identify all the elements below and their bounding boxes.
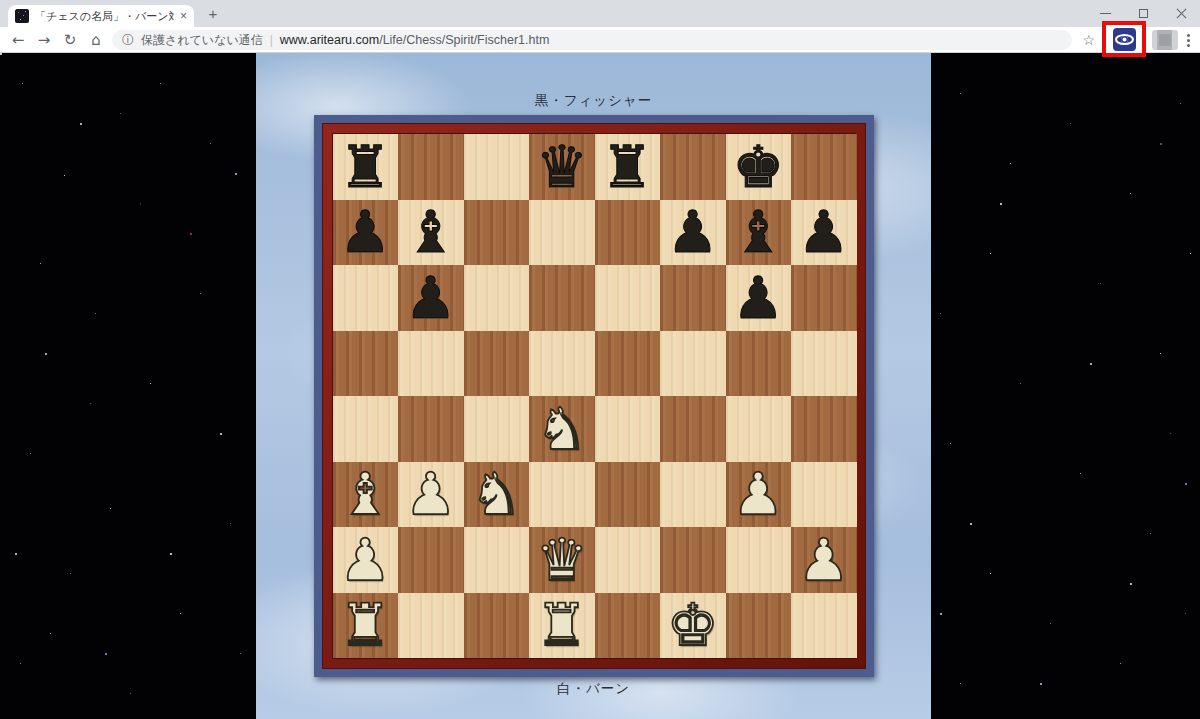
piece-black-bishop: ♝ — [732, 203, 784, 261]
square-a2: ♟ — [333, 527, 399, 593]
sky-panel: 黒・フィッシャー ♜♛♜♚♟♝♟♝♟♟♟♞♝♟♞♟♟♛♟♜♜♚ 白・バーン — [256, 53, 931, 719]
url-path: /Life/Chess/Spirit/Fischer1.htm — [379, 33, 549, 47]
forward-button[interactable]: → — [31, 27, 57, 53]
square-e5 — [595, 331, 661, 397]
square-g4 — [726, 396, 792, 462]
square-c3: ♞ — [464, 462, 530, 528]
new-tab-button[interactable]: + — [202, 6, 224, 22]
piece-black-pawn: ♟ — [798, 203, 850, 261]
piece-black-king: ♚ — [732, 138, 784, 196]
piece-white-pawn: ♟ — [798, 531, 850, 589]
square-c4 — [464, 396, 530, 462]
square-a4 — [333, 396, 399, 462]
square-a6 — [333, 265, 399, 331]
maximize-icon — [1139, 9, 1148, 18]
square-d6 — [529, 265, 595, 331]
browser-tab[interactable]: 「チェスの名局」・バーン対フィッシャー × — [8, 5, 194, 27]
piece-black-pawn: ♟ — [405, 269, 457, 327]
black-player-label: 黒・フィッシャー — [256, 53, 931, 110]
info-icon[interactable]: ⓘ — [122, 32, 134, 49]
square-d5 — [529, 331, 595, 397]
piece-white-pawn: ♟ — [339, 531, 391, 589]
square-f3 — [660, 462, 726, 528]
square-a1: ♜ — [333, 593, 399, 659]
square-d3 — [529, 462, 595, 528]
tab-title: 「チェスの名局」・バーン対フィッシャー — [35, 9, 174, 24]
close-window-button[interactable] — [1162, 0, 1200, 27]
square-a3: ♝ — [333, 462, 399, 528]
square-d7 — [529, 200, 595, 266]
piece-black-queen: ♛ — [536, 138, 588, 196]
extension-icon[interactable] — [1152, 30, 1178, 50]
square-c6 — [464, 265, 530, 331]
square-b8 — [398, 134, 464, 200]
square-b7: ♝ — [398, 200, 464, 266]
square-b1 — [398, 593, 464, 659]
square-b2 — [398, 527, 464, 593]
square-c7 — [464, 200, 530, 266]
webpage-content: 黒・フィッシャー ♜♛♜♚♟♝♟♝♟♟♟♞♝♟♞♟♟♛♟♜♜♚ 白・バーン — [0, 53, 1200, 719]
square-h5 — [791, 331, 857, 397]
square-g1 — [726, 593, 792, 659]
starfield-bright-layer — [0, 53, 2, 55]
square-h7: ♟ — [791, 200, 857, 266]
bookmark-star-icon[interactable]: ☆ — [1082, 30, 1095, 50]
tab-strip: 「チェスの名局」・バーン対フィッシャー × + — [0, 0, 1200, 27]
security-chip[interactable]: 保護されていない通信 — [141, 32, 263, 49]
page-url: www.aritearu.com/Life/Chess/Spirit/Fisch… — [280, 33, 550, 47]
tab-close-icon[interactable]: × — [180, 10, 187, 22]
minimize-icon — [1100, 13, 1111, 14]
board-frame: ♜♛♜♚♟♝♟♝♟♟♟♞♝♟♞♟♟♛♟♜♜♚ — [314, 115, 874, 677]
square-f2 — [660, 527, 726, 593]
url-domain: www.aritearu.com — [280, 33, 379, 47]
omnibox-divider: | — [270, 33, 273, 47]
square-e1 — [595, 593, 661, 659]
square-b5 — [398, 331, 464, 397]
reload-button[interactable]: ↻ — [57, 27, 83, 53]
square-f1: ♚ — [660, 593, 726, 659]
square-c2 — [464, 527, 530, 593]
square-h1 — [791, 593, 857, 659]
square-h2: ♟ — [791, 527, 857, 593]
square-e2 — [595, 527, 661, 593]
square-d8: ♛ — [529, 134, 595, 200]
piece-white-rook: ♜ — [536, 596, 588, 654]
square-g6: ♟ — [726, 265, 792, 331]
square-g5 — [726, 331, 792, 397]
square-b6: ♟ — [398, 265, 464, 331]
piece-white-queen: ♛ — [536, 531, 588, 589]
menu-icon[interactable] — [1182, 31, 1194, 49]
square-f7: ♟ — [660, 200, 726, 266]
square-b3: ♟ — [398, 462, 464, 528]
piece-white-knight: ♞ — [470, 465, 522, 523]
square-h4 — [791, 396, 857, 462]
piece-black-pawn: ♟ — [667, 203, 719, 261]
square-c1 — [464, 593, 530, 659]
square-e3 — [595, 462, 661, 528]
close-icon — [1176, 8, 1187, 19]
square-e4 — [595, 396, 661, 462]
square-f8 — [660, 134, 726, 200]
piece-white-knight: ♞ — [536, 400, 588, 458]
square-a8: ♜ — [333, 134, 399, 200]
address-bar[interactable]: ⓘ 保護されていない通信 | www.aritearu.com/Life/Che… — [112, 30, 1072, 50]
square-g2 — [726, 527, 792, 593]
square-d1: ♜ — [529, 593, 595, 659]
piece-white-rook: ♜ — [339, 596, 391, 654]
square-g3: ♟ — [726, 462, 792, 528]
square-e8: ♜ — [595, 134, 661, 200]
square-g8: ♚ — [726, 134, 792, 200]
piece-black-bishop: ♝ — [405, 203, 457, 261]
square-d4: ♞ — [529, 396, 595, 462]
square-a7: ♟ — [333, 200, 399, 266]
square-e6 — [595, 265, 661, 331]
square-b4 — [398, 396, 464, 462]
chess-board: ♜♛♜♚♟♝♟♝♟♟♟♞♝♟♞♟♟♛♟♜♜♚ — [332, 133, 856, 659]
square-e7 — [595, 200, 661, 266]
square-h8 — [791, 134, 857, 200]
piece-white-king: ♚ — [667, 596, 719, 654]
piece-white-pawn: ♟ — [405, 465, 457, 523]
square-f5 — [660, 331, 726, 397]
square-a5 — [333, 331, 399, 397]
eye-extension-icon[interactable] — [1113, 28, 1136, 51]
square-c8 — [464, 134, 530, 200]
highlight-box — [1102, 21, 1146, 57]
square-d2: ♛ — [529, 527, 595, 593]
home-button[interactable]: ⌂ — [83, 27, 109, 53]
square-h3 — [791, 462, 857, 528]
piece-black-pawn: ♟ — [732, 269, 784, 327]
white-player-label: 白・バーン — [256, 677, 931, 698]
square-g7: ♝ — [726, 200, 792, 266]
square-f4 — [660, 396, 726, 462]
piece-white-bishop: ♝ — [339, 465, 391, 523]
back-button[interactable]: ← — [5, 27, 31, 53]
square-f6 — [660, 265, 726, 331]
browser-toolbar: ← → ↻ ⌂ ⓘ 保護されていない通信 | www.aritearu.com/… — [0, 27, 1200, 53]
favicon-icon — [15, 9, 29, 23]
square-h6 — [791, 265, 857, 331]
square-c5 — [464, 331, 530, 397]
piece-black-pawn: ♟ — [339, 203, 391, 261]
piece-black-rook: ♜ — [601, 138, 653, 196]
piece-black-rook: ♜ — [339, 138, 391, 196]
piece-white-pawn: ♟ — [732, 465, 784, 523]
